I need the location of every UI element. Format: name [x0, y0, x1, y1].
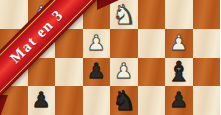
square-r4c8 [193, 86, 221, 115]
square-r3c5: ♟ [110, 58, 138, 87]
square-r4c2: ♟ [28, 86, 56, 115]
square-r1c4 [83, 0, 111, 29]
square-r4c3 [55, 86, 83, 115]
square-r1c7 [165, 0, 193, 29]
square-r1c6 [138, 0, 166, 29]
square-r1c2: ♟ [28, 0, 56, 29]
square-r4c7: ♟ [165, 86, 193, 115]
square-r2c2 [28, 29, 56, 58]
white-pawn: ♟ [169, 33, 188, 54]
chess-puzzle-thumbnail[interactable]: ♟♞♟♟♟♟♝♟♞♟ Mat en 3 [0, 0, 220, 115]
square-r2c4: ♟ [83, 29, 111, 58]
white-pawn: ♟ [114, 61, 133, 82]
square-r3c1 [0, 58, 28, 87]
square-r1c8 [193, 0, 221, 29]
square-r1c3 [55, 0, 83, 29]
square-r3c4: ♟ [83, 58, 111, 87]
square-r3c2 [28, 58, 56, 87]
square-r3c8 [193, 58, 221, 87]
black-bishop: ♝ [167, 58, 191, 85]
square-r4c4 [83, 86, 111, 115]
square-r2c6 [138, 29, 166, 58]
square-r3c3 [55, 58, 83, 87]
square-r2c7: ♟ [165, 29, 193, 58]
black-pawn: ♟ [169, 90, 188, 111]
square-r2c5 [110, 29, 138, 58]
square-r3c6 [138, 58, 166, 87]
black-pawn: ♟ [32, 90, 51, 111]
square-r4c1 [0, 86, 28, 115]
white-knight: ♞ [112, 1, 136, 28]
square-r2c1 [0, 29, 28, 58]
square-r1c5: ♞ [110, 0, 138, 29]
chess-board: ♟♞♟♟♟♟♝♟♞♟ [0, 0, 220, 115]
white-pawn: ♟ [87, 33, 106, 54]
square-r2c8 [193, 29, 221, 58]
square-r1c1 [0, 0, 28, 29]
square-r3c7: ♝ [165, 58, 193, 87]
square-r4c6 [138, 86, 166, 115]
square-r4c5: ♞ [110, 86, 138, 115]
black-knight: ♞ [112, 87, 136, 114]
square-r2c3 [55, 29, 83, 58]
black-pawn: ♟ [87, 61, 106, 82]
white-pawn: ♟ [32, 4, 51, 25]
